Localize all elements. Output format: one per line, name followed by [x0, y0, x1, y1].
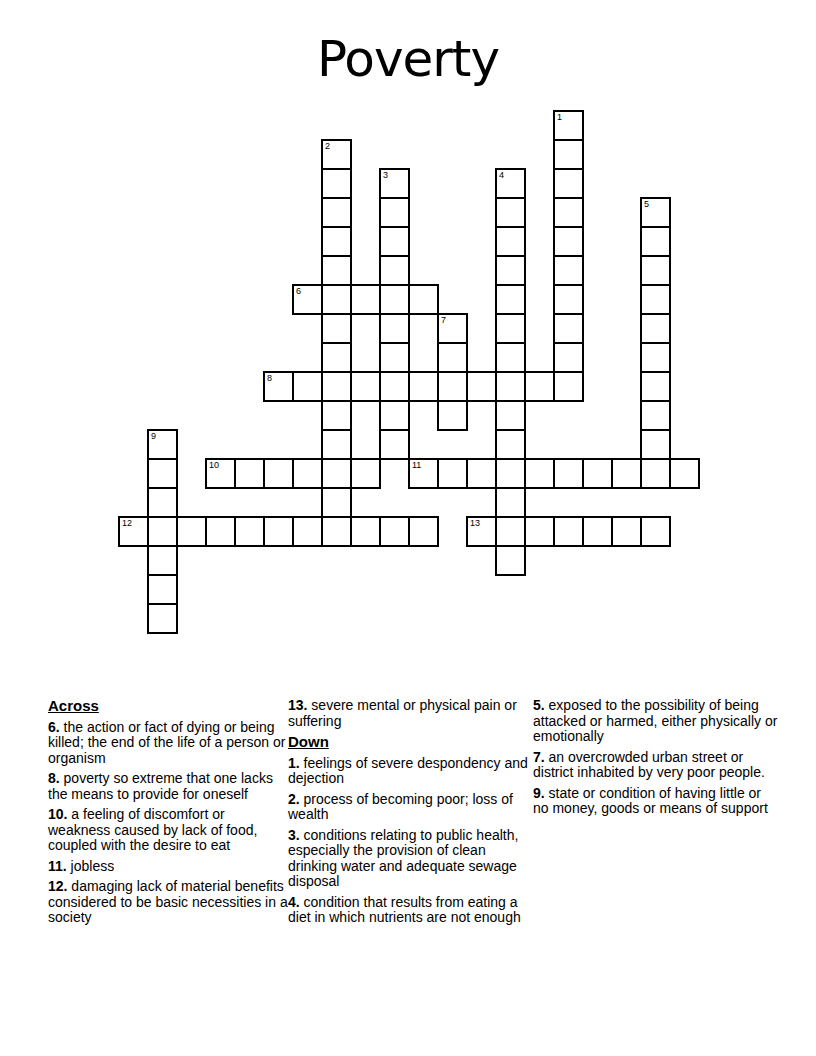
- grid-cell-r14c5[interactable]: [263, 516, 294, 547]
- across-header: Across: [48, 698, 288, 714]
- grid-cell-r5c7[interactable]: [321, 255, 352, 286]
- grid-cell-r8c9[interactable]: [379, 342, 410, 373]
- grid-cell-r13c13[interactable]: [495, 487, 526, 518]
- cell-number-13: 13: [470, 518, 480, 528]
- grid-cell-r4c13[interactable]: [495, 226, 526, 257]
- grid-cell-r14c15[interactable]: [553, 516, 584, 547]
- cell-number-11: 11: [412, 460, 421, 470]
- crossword-grid: 12345678910111213: [118, 110, 700, 634]
- grid-cell-r14c8[interactable]: [350, 516, 381, 547]
- grid-cell-r8c18[interactable]: [640, 342, 671, 373]
- grid-cell-r7c15[interactable]: [553, 313, 584, 344]
- grid-cell-r7c11[interactable]: 7: [437, 313, 468, 344]
- grid-cell-r5c13[interactable]: [495, 255, 526, 286]
- grid-cell-r6c8[interactable]: [350, 284, 381, 315]
- grid-cell-r9c11[interactable]: [437, 371, 468, 402]
- grid-cell-r3c18[interactable]: 5: [640, 197, 671, 228]
- grid-cell-r6c6[interactable]: 6: [292, 284, 323, 315]
- grid-cell-r7c7[interactable]: [321, 313, 352, 344]
- grid-cell-r14c16[interactable]: [582, 516, 613, 547]
- clue-text-6: the action or fact of dying or being kil…: [48, 719, 285, 766]
- cell-number-7: 7: [441, 315, 446, 325]
- grid-cell-r12c18[interactable]: [640, 458, 671, 489]
- cell-number-4: 4: [499, 170, 504, 180]
- grid-cell-r3c7[interactable]: [321, 197, 352, 228]
- grid-cell-r14c7[interactable]: [321, 516, 352, 547]
- grid-cell-r4c18[interactable]: [640, 226, 671, 257]
- puzzle-title: Poverty: [0, 30, 816, 88]
- grid-cell-r3c13[interactable]: [495, 197, 526, 228]
- crossword-page: Poverty 12345678910111213 Across6. the a…: [0, 0, 816, 1056]
- clue-text-12: damaging lack of material benefits consi…: [48, 878, 288, 925]
- clue-number-8: 8.: [48, 770, 60, 786]
- grid-cell-r9c7[interactable]: [321, 371, 352, 402]
- clue-text-13: severe mental or physical pain or suffer…: [288, 697, 517, 729]
- clue-number-12: 12.: [48, 878, 67, 894]
- grid-cell-r6c13[interactable]: [495, 284, 526, 315]
- grid-cell-r9c15[interactable]: [553, 371, 584, 402]
- grid-cell-r9c13[interactable]: [495, 371, 526, 402]
- clue-text-1: feelings of severe despondency and dejec…: [288, 755, 528, 787]
- grid-cell-r11c9[interactable]: [379, 429, 410, 460]
- clue-number-2: 2.: [288, 791, 300, 807]
- grid-cell-r2c7[interactable]: [321, 168, 352, 199]
- cell-number-12: 12: [122, 518, 132, 528]
- grid-cell-r8c11[interactable]: [437, 342, 468, 373]
- clue-text-7: an overcrowded urban street or district …: [533, 749, 765, 781]
- grid-cell-r13c1[interactable]: [147, 487, 178, 518]
- grid-cell-r14c13[interactable]: [495, 516, 526, 547]
- grid-cell-r14c2[interactable]: [176, 516, 207, 547]
- clue-number-3: 3.: [288, 827, 300, 843]
- grid-cell-r10c9[interactable]: [379, 400, 410, 431]
- grid-cell-r6c15[interactable]: [553, 284, 584, 315]
- grid-cell-r9c6[interactable]: [292, 371, 323, 402]
- clue-across-13: 13. severe mental or physical pain or su…: [288, 698, 528, 729]
- grid-cell-r16c1[interactable]: [147, 574, 178, 605]
- clue-across-8: 8. poverty so extreme that one lacks the…: [48, 771, 288, 802]
- grid-cell-r12c13[interactable]: [495, 458, 526, 489]
- clue-text-11: jobless: [67, 858, 114, 874]
- grid-cell-r17c1[interactable]: [147, 603, 178, 634]
- clue-text-9: state or condition of having little or n…: [533, 785, 768, 817]
- clue-number-11: 11.: [48, 858, 67, 874]
- grid-cell-r12c1[interactable]: [147, 458, 178, 489]
- cell-number-2: 2: [325, 141, 330, 151]
- grid-cell-r14c6[interactable]: [292, 516, 323, 547]
- cell-number-5: 5: [644, 199, 649, 209]
- clue-across-6: 6. the action or fact of dying or being …: [48, 720, 288, 767]
- grid-cell-r4c15[interactable]: [553, 226, 584, 257]
- grid-cell-r4c9[interactable]: [379, 226, 410, 257]
- grid-cell-r10c11[interactable]: [437, 400, 468, 431]
- grid-cell-r14c10[interactable]: [408, 516, 439, 547]
- grid-cell-r9c5[interactable]: 8: [263, 371, 294, 402]
- clue-number-9: 9.: [533, 785, 545, 801]
- grid-cell-r8c15[interactable]: [553, 342, 584, 373]
- grid-cell-r15c1[interactable]: [147, 545, 178, 576]
- grid-cell-r9c12[interactable]: [466, 371, 497, 402]
- clue-text-5: exposed to the possibility of being atta…: [533, 697, 777, 744]
- grid-cell-r12c15[interactable]: [553, 458, 584, 489]
- grid-cell-r14c3[interactable]: [205, 516, 236, 547]
- clue-across-12: 12. damaging lack of material benefits c…: [48, 879, 288, 926]
- grid-cell-r12c19[interactable]: [669, 458, 700, 489]
- grid-cell-r5c18[interactable]: [640, 255, 671, 286]
- cell-number-10: 10: [209, 460, 219, 470]
- cell-number-1: 1: [557, 112, 562, 122]
- grid-cell-r6c7[interactable]: [321, 284, 352, 315]
- grid-cell-r12c17[interactable]: [611, 458, 642, 489]
- clue-text-4: condition that results from eating a die…: [288, 894, 521, 926]
- grid-cell-r14c1[interactable]: [147, 516, 178, 547]
- cell-number-9: 9: [151, 431, 156, 441]
- grid-cell-r9c10[interactable]: [408, 371, 439, 402]
- grid-cell-r15c13[interactable]: [495, 545, 526, 576]
- grid-cell-r3c15[interactable]: [553, 197, 584, 228]
- clue-number-10: 10.: [48, 806, 67, 822]
- grid-cell-r12c16[interactable]: [582, 458, 613, 489]
- clue-across-10: 10. a feeling of discomfort or weakness …: [48, 807, 288, 854]
- grid-cell-r8c13[interactable]: [495, 342, 526, 373]
- grid-cell-r11c18[interactable]: [640, 429, 671, 460]
- grid-cell-r12c3[interactable]: 10: [205, 458, 236, 489]
- clue-number-4: 4.: [288, 894, 300, 910]
- grid-cell-r11c1[interactable]: 9: [147, 429, 178, 460]
- grid-cell-r9c9[interactable]: [379, 371, 410, 402]
- grid-cell-r12c8[interactable]: [350, 458, 381, 489]
- grid-cell-r0c15[interactable]: 1: [553, 110, 584, 141]
- grid-cell-r12c5[interactable]: [263, 458, 294, 489]
- grid-cell-r9c14[interactable]: [524, 371, 555, 402]
- grid-cell-r5c15[interactable]: [553, 255, 584, 286]
- grid-cell-r12c7[interactable]: [321, 458, 352, 489]
- cell-number-6: 6: [296, 286, 301, 296]
- grid-cell-r13c7[interactable]: [321, 487, 352, 518]
- clue-number-5: 5.: [533, 697, 545, 713]
- grid-cell-r4c7[interactable]: [321, 226, 352, 257]
- grid-cell-r7c13[interactable]: [495, 313, 526, 344]
- grid-cell-r12c4[interactable]: [234, 458, 265, 489]
- grid-cell-r1c7[interactable]: 2: [321, 139, 352, 170]
- grid-cell-r8c7[interactable]: [321, 342, 352, 373]
- down-header: Down: [288, 734, 528, 750]
- grid-cell-r9c8[interactable]: [350, 371, 381, 402]
- clue-text-8: poverty so extreme that one lacks the me…: [48, 770, 273, 802]
- grid-cell-r14c12[interactable]: 13: [466, 516, 497, 547]
- clue-number-6: 6.: [48, 719, 60, 735]
- clue-down-4: 4. condition that results from eating a …: [288, 895, 528, 926]
- clue-down-7: 7. an overcrowded urban street or distri…: [533, 750, 779, 781]
- grid-cell-r6c18[interactable]: [640, 284, 671, 315]
- grid-cell-r7c18[interactable]: [640, 313, 671, 344]
- grid-cell-r14c9[interactable]: [379, 516, 410, 547]
- clue-text-3: conditions relating to public health, es…: [288, 827, 518, 890]
- grid-cell-r10c13[interactable]: [495, 400, 526, 431]
- clue-number-7: 7.: [533, 749, 545, 765]
- grid-cell-r2c13[interactable]: 4: [495, 168, 526, 199]
- clue-text-10: a feeling of discomfort or weakness caus…: [48, 806, 257, 853]
- grid-cell-r2c15[interactable]: [553, 168, 584, 199]
- grid-cell-r5c9[interactable]: [379, 255, 410, 286]
- grid-cell-r6c9[interactable]: [379, 284, 410, 315]
- clue-number-13: 13.: [288, 697, 307, 713]
- clue-column-middle: 13. severe mental or physical pain or su…: [288, 698, 528, 931]
- cell-number-3: 3: [383, 170, 388, 180]
- clue-down-5: 5. exposed to the possibility of being a…: [533, 698, 779, 745]
- grid-cell-r14c0[interactable]: 12: [118, 516, 149, 547]
- grid-cell-r10c18[interactable]: [640, 400, 671, 431]
- clue-down-3: 3. conditions relating to public health,…: [288, 828, 528, 890]
- grid-cell-r12c10[interactable]: 11: [408, 458, 439, 489]
- cell-number-8: 8: [267, 373, 272, 383]
- clue-down-1: 1. feelings of severe despondency and de…: [288, 756, 528, 787]
- clue-down-2: 2. process of becoming poor; loss of wea…: [288, 792, 528, 823]
- grid-cell-r14c17[interactable]: [611, 516, 642, 547]
- grid-cell-r9c18[interactable]: [640, 371, 671, 402]
- clue-column-left: Across6. the action or fact of dying or …: [48, 698, 288, 931]
- clue-down-9: 9. state or condition of having little o…: [533, 786, 779, 817]
- grid-cell-r7c9[interactable]: [379, 313, 410, 344]
- clue-number-1: 1.: [288, 755, 300, 771]
- grid-cell-r1c15[interactable]: [553, 139, 584, 170]
- grid-cell-r14c4[interactable]: [234, 516, 265, 547]
- grid-cell-r14c18[interactable]: [640, 516, 671, 547]
- grid-cell-r11c7[interactable]: [321, 429, 352, 460]
- grid-cell-r10c7[interactable]: [321, 400, 352, 431]
- grid-cell-r6c10[interactable]: [408, 284, 439, 315]
- grid-cell-r12c11[interactable]: [437, 458, 468, 489]
- grid-cell-r3c9[interactable]: [379, 197, 410, 228]
- grid-cell-r12c6[interactable]: [292, 458, 323, 489]
- clue-across-11: 11. jobless: [48, 859, 288, 875]
- grid-cell-r12c14[interactable]: [524, 458, 555, 489]
- grid-cell-r12c12[interactable]: [466, 458, 497, 489]
- grid-cell-r14c14[interactable]: [524, 516, 555, 547]
- clue-text-2: process of becoming poor; loss of wealth: [288, 791, 513, 823]
- grid-cell-r11c13[interactable]: [495, 429, 526, 460]
- clue-column-right: 5. exposed to the possibility of being a…: [533, 698, 779, 822]
- grid-cell-r2c9[interactable]: 3: [379, 168, 410, 199]
